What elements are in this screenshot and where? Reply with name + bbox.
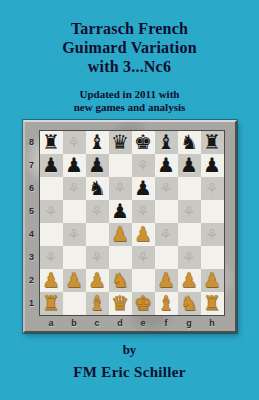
square-g8: ♞ xyxy=(178,131,201,154)
subtitle-line-2: new games and analysis xyxy=(0,101,259,114)
white-knight-g1-icon: ♞ xyxy=(180,292,198,315)
square-g6 xyxy=(178,177,201,200)
black-pawn-c7-icon: ♟ xyxy=(88,154,106,177)
rank-label-4: 4 xyxy=(25,222,39,245)
white-bishop-c1-icon: ♝ xyxy=(88,292,106,315)
square-f6 xyxy=(155,177,178,200)
title-line-1: Tarrasch French xyxy=(0,19,259,38)
white-knight-d2-icon: ♞ xyxy=(111,269,129,292)
square-a8: ♜ xyxy=(40,131,63,154)
square-f1: ♝ xyxy=(155,292,178,315)
black-pawn-a7-icon: ♟ xyxy=(42,154,60,177)
rank-label-6: 6 xyxy=(25,176,39,199)
square-g2: ♟ xyxy=(178,269,201,292)
white-queen-d1-icon: ♛ xyxy=(111,292,129,315)
square-b6 xyxy=(63,177,86,200)
square-f7: ♟ xyxy=(155,154,178,177)
file-label-f: f xyxy=(155,316,178,329)
black-rook-a8-icon: ♜ xyxy=(42,131,60,154)
file-label-c: c xyxy=(86,316,109,329)
square-d7 xyxy=(109,154,132,177)
file-label-e: e xyxy=(132,316,155,329)
black-knight-c6-icon: ♞ xyxy=(88,177,106,200)
book-title: Tarrasch French Guimard Variation with 3… xyxy=(0,19,259,76)
square-e2 xyxy=(132,269,155,292)
black-pawn-g7-icon: ♟ xyxy=(180,154,198,177)
black-pawn-b7-icon: ♟ xyxy=(65,154,83,177)
square-b2: ♟ xyxy=(63,269,86,292)
square-c4 xyxy=(86,223,109,246)
white-bishop-f1-icon: ♝ xyxy=(157,292,175,315)
chessboard: 87654321 ♜♝♛♚♝♞♜♟♟♟♟♟♟♞♟♟♟♟♟♟♟♞♟♟♟♜♝♛♚♝♞… xyxy=(23,120,237,333)
square-a5 xyxy=(40,200,63,223)
file-label-a: a xyxy=(40,316,63,329)
square-a6 xyxy=(40,177,63,200)
square-b7: ♟ xyxy=(63,154,86,177)
byline: by xyxy=(0,342,259,358)
black-bishop-c8-icon: ♝ xyxy=(88,131,106,154)
white-rook-a1-icon: ♜ xyxy=(42,292,60,315)
white-king-e1-icon: ♚ xyxy=(134,292,152,315)
white-rook-h1-icon: ♜ xyxy=(203,292,221,315)
black-pawn-f7-icon: ♟ xyxy=(157,154,175,177)
author-name: FM Eric Schiller xyxy=(0,364,259,381)
square-d4: ♟ xyxy=(109,223,132,246)
square-g3 xyxy=(178,246,201,269)
title-line-2: Guimard Variation xyxy=(0,38,259,57)
black-pawn-e6-icon: ♟ xyxy=(134,177,152,200)
square-h3 xyxy=(201,246,224,269)
file-label-g: g xyxy=(178,316,201,329)
square-a4 xyxy=(40,223,63,246)
black-rook-h8-icon: ♜ xyxy=(203,131,221,154)
square-c6: ♞ xyxy=(86,177,109,200)
black-queen-d8-icon: ♛ xyxy=(111,131,129,154)
square-h5 xyxy=(201,200,224,223)
square-h4 xyxy=(201,223,224,246)
square-a7: ♟ xyxy=(40,154,63,177)
square-g5 xyxy=(178,200,201,223)
square-d1: ♛ xyxy=(109,292,132,315)
square-b8 xyxy=(63,131,86,154)
file-labels: abcdefgh xyxy=(40,316,225,329)
square-f5 xyxy=(155,200,178,223)
square-e6: ♟ xyxy=(132,177,155,200)
rank-label-8: 8 xyxy=(25,130,39,153)
square-h2: ♟ xyxy=(201,269,224,292)
square-c1: ♝ xyxy=(86,292,109,315)
square-c8: ♝ xyxy=(86,131,109,154)
square-h6 xyxy=(201,177,224,200)
square-e7 xyxy=(132,154,155,177)
square-d6 xyxy=(109,177,132,200)
square-h8: ♜ xyxy=(201,131,224,154)
white-pawn-e4-icon: ♟ xyxy=(134,223,152,246)
black-pawn-d5-icon: ♟ xyxy=(111,200,129,223)
white-pawn-h2-icon: ♟ xyxy=(203,269,221,292)
square-c2: ♟ xyxy=(86,269,109,292)
rank-label-2: 2 xyxy=(25,268,39,291)
square-g7: ♟ xyxy=(178,154,201,177)
chessboard-squares: ♜♝♛♚♝♞♜♟♟♟♟♟♟♞♟♟♟♟♟♟♟♞♟♟♟♜♝♛♚♝♞♜ xyxy=(39,130,225,316)
white-pawn-b2-icon: ♟ xyxy=(65,269,83,292)
rank-label-5: 5 xyxy=(25,199,39,222)
square-d3 xyxy=(109,246,132,269)
square-e4: ♟ xyxy=(132,223,155,246)
rank-labels: 87654321 xyxy=(25,130,39,316)
subtitle-line-1: Updated in 2011 with xyxy=(0,88,259,101)
square-e8: ♚ xyxy=(132,131,155,154)
white-pawn-f2-icon: ♟ xyxy=(157,269,175,292)
square-b4 xyxy=(63,223,86,246)
white-pawn-d4-icon: ♟ xyxy=(111,223,129,246)
square-h7: ♟ xyxy=(201,154,224,177)
square-d2: ♞ xyxy=(109,269,132,292)
black-knight-g8-icon: ♞ xyxy=(180,131,198,154)
white-pawn-g2-icon: ♟ xyxy=(180,269,198,292)
square-g4 xyxy=(178,223,201,246)
square-a2: ♟ xyxy=(40,269,63,292)
square-f2: ♟ xyxy=(155,269,178,292)
title-line-3: with 3...Nc6 xyxy=(0,57,259,76)
square-c7: ♟ xyxy=(86,154,109,177)
square-f3 xyxy=(155,246,178,269)
file-label-h: h xyxy=(201,316,224,329)
white-pawn-c2-icon: ♟ xyxy=(88,269,106,292)
square-g1: ♞ xyxy=(178,292,201,315)
square-a3 xyxy=(40,246,63,269)
book-cover: Tarrasch French Guimard Variation with 3… xyxy=(0,0,259,400)
file-label-d: d xyxy=(109,316,132,329)
black-king-e8-icon: ♚ xyxy=(134,131,152,154)
square-b1 xyxy=(63,292,86,315)
square-e1: ♚ xyxy=(132,292,155,315)
square-e3 xyxy=(132,246,155,269)
file-label-b: b xyxy=(63,316,86,329)
black-bishop-f8-icon: ♝ xyxy=(157,131,175,154)
square-b3 xyxy=(63,246,86,269)
square-c3 xyxy=(86,246,109,269)
square-c5 xyxy=(86,200,109,223)
square-b5 xyxy=(63,200,86,223)
square-d8: ♛ xyxy=(109,131,132,154)
black-pawn-h7-icon: ♟ xyxy=(203,154,221,177)
square-d5: ♟ xyxy=(109,200,132,223)
white-pawn-a2-icon: ♟ xyxy=(42,269,60,292)
square-a1: ♜ xyxy=(40,292,63,315)
square-e5 xyxy=(132,200,155,223)
book-subtitle: Updated in 2011 with new games and analy… xyxy=(0,88,259,114)
rank-label-1: 1 xyxy=(25,291,39,314)
square-f4 xyxy=(155,223,178,246)
rank-label-7: 7 xyxy=(25,153,39,176)
square-h1: ♜ xyxy=(201,292,224,315)
square-f8: ♝ xyxy=(155,131,178,154)
rank-label-3: 3 xyxy=(25,245,39,268)
